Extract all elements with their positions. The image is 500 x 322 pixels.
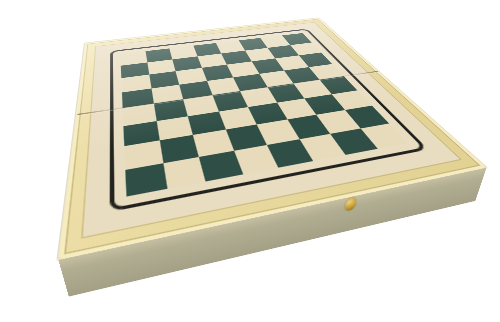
checker-grid — [120, 33, 408, 197]
square-a1[interactable] — [125, 163, 167, 197]
border-line — [110, 29, 429, 212]
brass-clasp — [344, 197, 356, 212]
board-scene — [0, 0, 500, 322]
chessboard — [69, 41, 476, 297]
product-photo-stage — [0, 0, 500, 322]
